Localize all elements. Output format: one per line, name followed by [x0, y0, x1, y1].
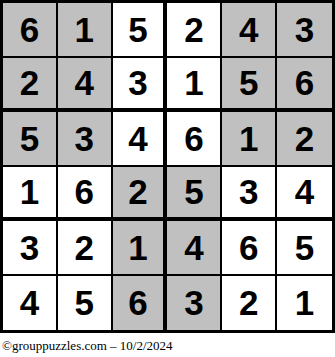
sudoku-cell-r6c2: 5: [58, 276, 113, 331]
sudoku-cell-r4c1: 1: [3, 167, 58, 222]
sudoku-cell-r1c2: 1: [58, 3, 113, 58]
sudoku-cell-r2c3: 3: [113, 58, 168, 113]
sudoku-cell-r6c5: 2: [222, 276, 277, 331]
sudoku-cell-r4c2: 6: [58, 167, 113, 222]
sudoku-cell-r1c1: 6: [3, 3, 58, 58]
sudoku-cell-r3c1: 5: [3, 112, 58, 167]
sudoku-cell-r3c5: 1: [222, 112, 277, 167]
sudoku-cell-r5c2: 2: [58, 221, 113, 276]
sudoku-cell-r2c2: 4: [58, 58, 113, 113]
sudoku-cell-r5c6: 5: [277, 221, 332, 276]
copyright-date-label: ©grouppuzzles.com – 10/2/2024: [2, 338, 173, 354]
sudoku-cell-r3c6: 2: [277, 112, 332, 167]
sudoku-cell-r3c3: 4: [113, 112, 168, 167]
sudoku-cell-r6c3: 6: [113, 276, 168, 331]
sudoku-cell-r1c6: 3: [277, 3, 332, 58]
sudoku-cell-r2c6: 6: [277, 58, 332, 113]
sudoku-cell-r3c4: 6: [167, 112, 222, 167]
sudoku-cell-r5c5: 6: [222, 221, 277, 276]
sudoku-cell-r3c2: 3: [58, 112, 113, 167]
sudoku-board: 615243243156534612162534321465456321: [0, 0, 335, 333]
sudoku-cell-r1c3: 5: [113, 3, 168, 58]
sudoku-cell-r2c5: 5: [222, 58, 277, 113]
sudoku-cell-r5c4: 4: [167, 221, 222, 276]
sudoku-cell-r5c1: 3: [3, 221, 58, 276]
sudoku-cell-r1c5: 4: [222, 3, 277, 58]
sudoku-cell-r6c6: 1: [277, 276, 332, 331]
sudoku-cell-r5c3: 1: [113, 221, 168, 276]
sudoku-cell-r6c1: 4: [3, 276, 58, 331]
sudoku-cell-r4c5: 3: [222, 167, 277, 222]
sudoku-cell-r2c4: 1: [167, 58, 222, 113]
sudoku-cell-r1c4: 2: [167, 3, 222, 58]
sudoku-cell-r4c6: 4: [277, 167, 332, 222]
sudoku-cell-r6c4: 3: [167, 276, 222, 331]
sudoku-cell-r4c3: 2: [113, 167, 168, 222]
sudoku-cell-r2c1: 2: [3, 58, 58, 113]
sudoku-cell-r4c4: 5: [167, 167, 222, 222]
